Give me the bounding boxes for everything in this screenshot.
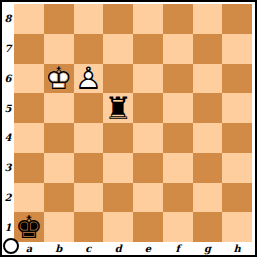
square-b8[interactable] [44, 4, 74, 34]
square-c1[interactable] [74, 212, 104, 242]
square-c8[interactable] [74, 4, 104, 34]
file-label-f: f [163, 242, 193, 254]
square-a4[interactable] [14, 123, 44, 153]
square-h2[interactable] [222, 183, 252, 213]
square-a1[interactable]: ♚ [14, 212, 44, 242]
square-f2[interactable] [163, 183, 193, 213]
square-d1[interactable] [103, 212, 133, 242]
square-h4[interactable] [222, 123, 252, 153]
rank-label-2: 2 [2, 183, 14, 213]
piece-white-king[interactable]: ♚♔ [44, 64, 74, 94]
square-c6[interactable]: ♟♙ [74, 64, 104, 94]
square-d7[interactable] [103, 34, 133, 64]
square-f3[interactable] [163, 153, 193, 183]
piece-black-king[interactable]: ♚ [14, 212, 44, 242]
square-e5[interactable] [133, 93, 163, 123]
square-h6[interactable] [222, 64, 252, 94]
file-label-d: d [103, 242, 133, 254]
square-a8[interactable] [14, 4, 44, 34]
square-f4[interactable] [163, 123, 193, 153]
piece-outline-layer: ♙ [74, 64, 104, 94]
piece-black-rook[interactable]: ♜ [103, 93, 133, 123]
square-h5[interactable] [222, 93, 252, 123]
square-b1[interactable] [44, 212, 74, 242]
square-d5[interactable]: ♜ [103, 93, 133, 123]
rank-label-4: 4 [2, 123, 14, 153]
file-label-c: c [74, 242, 104, 254]
piece-glyph: ♚ [14, 212, 44, 242]
square-e6[interactable] [133, 64, 163, 94]
square-a5[interactable] [14, 93, 44, 123]
square-d2[interactable] [103, 183, 133, 213]
chess-board: ♚♔♟♙♜♚ [14, 4, 252, 242]
square-f8[interactable] [163, 4, 193, 34]
rank-label-5: 5 [2, 93, 14, 123]
rank-label-7: 7 [2, 34, 14, 64]
square-d3[interactable] [103, 153, 133, 183]
file-label-e: e [133, 242, 163, 254]
rank-label-8: 8 [2, 4, 14, 34]
piece-outline-layer: ♔ [44, 64, 74, 94]
file-label-b: b [44, 242, 74, 254]
square-e3[interactable] [133, 153, 163, 183]
square-e2[interactable] [133, 183, 163, 213]
square-c5[interactable] [74, 93, 104, 123]
square-g4[interactable] [193, 123, 223, 153]
square-c3[interactable] [74, 153, 104, 183]
square-b2[interactable] [44, 183, 74, 213]
square-g2[interactable] [193, 183, 223, 213]
square-g6[interactable] [193, 64, 223, 94]
square-f7[interactable] [163, 34, 193, 64]
square-e8[interactable] [133, 4, 163, 34]
chess-diagram: ♚♔♟♙♜♚ 87654321 abcdefgh [0, 0, 257, 257]
square-b6[interactable]: ♚♔ [44, 64, 74, 94]
square-e7[interactable] [133, 34, 163, 64]
square-e1[interactable] [133, 212, 163, 242]
white-to-move-indicator [3, 238, 19, 254]
file-label-h: h [222, 242, 252, 254]
square-c2[interactable] [74, 183, 104, 213]
square-b3[interactable] [44, 153, 74, 183]
square-h7[interactable] [222, 34, 252, 64]
square-a7[interactable] [14, 34, 44, 64]
file-label-g: g [193, 242, 223, 254]
square-g1[interactable] [193, 212, 223, 242]
piece-white-pawn[interactable]: ♟♙ [74, 64, 104, 94]
square-d4[interactable] [103, 123, 133, 153]
square-f6[interactable] [163, 64, 193, 94]
rank-label-6: 6 [2, 64, 14, 94]
square-a6[interactable] [14, 64, 44, 94]
square-d6[interactable] [103, 64, 133, 94]
square-a2[interactable] [14, 183, 44, 213]
square-h8[interactable] [222, 4, 252, 34]
square-c4[interactable] [74, 123, 104, 153]
square-f1[interactable] [163, 212, 193, 242]
square-b4[interactable] [44, 123, 74, 153]
square-e4[interactable] [133, 123, 163, 153]
square-g8[interactable] [193, 4, 223, 34]
rank-label-3: 3 [2, 153, 14, 183]
square-b5[interactable] [44, 93, 74, 123]
piece-glyph: ♜ [103, 93, 133, 123]
square-g3[interactable] [193, 153, 223, 183]
square-h1[interactable] [222, 212, 252, 242]
square-f5[interactable] [163, 93, 193, 123]
square-h3[interactable] [222, 153, 252, 183]
square-d8[interactable] [103, 4, 133, 34]
square-g7[interactable] [193, 34, 223, 64]
square-g5[interactable] [193, 93, 223, 123]
square-a3[interactable] [14, 153, 44, 183]
